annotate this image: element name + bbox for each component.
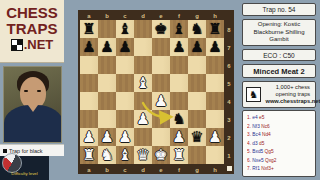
piece-black-knight[interactable]: ♞	[172, 111, 185, 128]
square-b6[interactable]	[98, 56, 116, 74]
piece-white-pawn[interactable]: ♟	[118, 129, 131, 146]
video-frame: CHESS TRAPS .NET Trap for black Difficul…	[0, 0, 320, 180]
piece-black-rook[interactable]: ♜	[82, 21, 95, 38]
piece-black-pawn[interactable]: ♟	[100, 39, 113, 56]
square-a5[interactable]	[80, 74, 98, 92]
website-url[interactable]: www.chesstraps.net	[265, 98, 320, 105]
square-a7[interactable]: ♟	[80, 38, 98, 56]
file-label-g: g	[189, 11, 204, 20]
square-d3[interactable]: ♟	[134, 110, 152, 128]
piece-black-bishop[interactable]: ♝	[172, 21, 185, 38]
square-f1[interactable]: ♜	[170, 146, 188, 164]
file-label-g: g	[189, 165, 204, 174]
square-b8[interactable]	[98, 20, 116, 38]
file-label-d: d	[135, 165, 150, 174]
file-labels-bottom: abcdefgh	[80, 164, 234, 174]
piece-white-bishop[interactable]: ♝	[136, 75, 149, 92]
piece-white-pawn[interactable]: ♟	[100, 129, 113, 146]
move-list-line: 3. Bc4 Nd4	[247, 131, 301, 138]
presenter-eye-right	[37, 90, 41, 92]
trap-name-box: Minced Meat 2	[242, 64, 316, 78]
file-label-f: f	[171, 165, 186, 174]
chess-board[interactable]: ♜♝♚♝♞♜♟♟♟♟♟♟♝♟♟♞♟♟♟♟♛♟♜♞♝♛♚♜	[80, 20, 224, 164]
piece-black-pawn[interactable]: ♟	[118, 39, 131, 56]
presenter-eye-left	[24, 90, 28, 92]
black-square-bullet	[3, 149, 7, 153]
checkerboard-icon	[11, 39, 23, 51]
square-e4[interactable]: ♟	[152, 92, 170, 110]
file-label-h: h	[207, 165, 222, 174]
square-g5[interactable]	[188, 74, 206, 92]
rank-label-5: 5	[225, 75, 234, 90]
piece-black-bishop[interactable]: ♝	[118, 21, 131, 38]
rank-label-7: 7	[225, 39, 234, 54]
piece-black-pawn[interactable]: ♟	[190, 39, 203, 56]
trap-name: Minced Meat 2	[243, 67, 315, 76]
square-a4[interactable]	[80, 92, 98, 110]
square-d7[interactable]	[134, 38, 152, 56]
square-e6[interactable]	[152, 56, 170, 74]
file-label-c: c	[117, 11, 132, 20]
square-e8[interactable]: ♚	[152, 20, 170, 38]
piece-white-rook[interactable]: ♜	[82, 147, 95, 164]
file-labels-top: abcdefgh	[80, 10, 234, 20]
square-c1[interactable]: ♝	[116, 146, 134, 164]
square-e5[interactable]	[152, 74, 170, 92]
square-f6[interactable]	[170, 56, 188, 74]
promo-text: 1,000+ chess opening traps www.chesstrap…	[265, 85, 320, 105]
presenter-photo	[3, 66, 62, 143]
piece-black-king[interactable]: ♚	[154, 21, 167, 38]
move-list-line: 1. e4 e5	[247, 114, 301, 121]
square-g1[interactable]	[188, 146, 206, 164]
square-b4[interactable]	[98, 92, 116, 110]
piece-white-queen[interactable]: ♛	[136, 147, 149, 164]
move-list-line: 4. d3 d5	[247, 139, 301, 146]
knight-logo-icon: ♞	[246, 87, 261, 102]
square-h3[interactable]	[206, 110, 224, 128]
piece-white-rook[interactable]: ♜	[172, 147, 185, 164]
move-list-line: 6. Nxe5 Qxg2	[247, 156, 301, 163]
square-c4[interactable]	[116, 92, 134, 110]
rank-label-8: 8	[225, 21, 234, 36]
rank-label-3: 3	[225, 111, 234, 126]
square-a1[interactable]: ♜	[80, 146, 98, 164]
square-a3[interactable]	[80, 110, 98, 128]
piece-white-knight[interactable]: ♞	[100, 147, 113, 164]
square-c8[interactable]: ♝	[116, 20, 134, 38]
eco-code: ECO : C50	[243, 52, 315, 59]
square-e2[interactable]	[152, 128, 170, 146]
square-g2[interactable]: ♛	[188, 128, 206, 146]
rank-label-4: 4	[225, 93, 234, 108]
file-label-a: a	[81, 165, 96, 174]
file-label-b: b	[99, 165, 114, 174]
rank-label-6: 6	[225, 57, 234, 72]
piece-white-bishop[interactable]: ♝	[118, 147, 131, 164]
square-b3[interactable]	[98, 110, 116, 128]
square-b2[interactable]: ♟	[98, 128, 116, 146]
square-a8[interactable]: ♜	[80, 20, 98, 38]
square-e3[interactable]	[152, 110, 170, 128]
rank-labels-right: 87654321	[224, 20, 234, 164]
file-label-e: e	[153, 11, 168, 20]
square-f4[interactable]	[170, 92, 188, 110]
rank-label-2: 2	[225, 129, 234, 144]
square-f7[interactable]: ♟	[170, 38, 188, 56]
opening-line-1: Opening: Kostic	[243, 21, 315, 29]
square-f2[interactable]: ♟	[170, 128, 188, 146]
square-d4[interactable]	[134, 92, 152, 110]
file-label-c: c	[117, 165, 132, 174]
square-f3[interactable]: ♞	[170, 110, 188, 128]
square-h8[interactable]: ♜	[206, 20, 224, 38]
rank-label-1: 1	[225, 147, 234, 162]
opening-box: Opening: Kostic Blackburne Shilling Gamb…	[242, 19, 316, 46]
square-c2[interactable]: ♟	[116, 128, 134, 146]
square-a6[interactable]	[80, 56, 98, 74]
piece-black-pawn[interactable]: ♟	[208, 39, 221, 56]
square-d8[interactable]	[134, 20, 152, 38]
piece-white-pawn[interactable]: ♟	[172, 129, 185, 146]
file-label-b: b	[99, 11, 114, 20]
piece-black-pawn[interactable]: ♟	[82, 39, 95, 56]
square-g4[interactable]	[188, 92, 206, 110]
piece-white-pawn[interactable]: ♟	[82, 129, 95, 146]
square-d6[interactable]	[134, 56, 152, 74]
logo-net-row: .NET	[0, 37, 64, 52]
piece-black-rook[interactable]: ♜	[208, 21, 221, 38]
square-b1[interactable]: ♞	[98, 146, 116, 164]
file-label-d: d	[135, 11, 150, 20]
piece-black-knight[interactable]: ♞	[190, 21, 203, 38]
piece-white-pawn[interactable]: ♟	[136, 111, 149, 128]
piece-black-pawn[interactable]: ♟	[172, 39, 185, 56]
logo-line-1: CHESS	[0, 5, 64, 21]
board-corner-marker	[227, 166, 232, 171]
piece-black-queen[interactable]: ♛	[190, 129, 203, 146]
eco-box: ECO : C50	[242, 49, 316, 61]
move-list-line: 7. Rf1 Nxf3+	[247, 165, 301, 172]
square-g8[interactable]: ♞	[188, 20, 206, 38]
move-list-line: 2. Nf3 Nc6	[247, 122, 301, 129]
chesstraps-logo: CHESS TRAPS .NET	[0, 0, 64, 63]
square-d2[interactable]	[134, 128, 152, 146]
square-h2[interactable]: ♟	[206, 128, 224, 146]
piece-white-pawn[interactable]: ♟	[154, 93, 167, 110]
square-d1[interactable]: ♛	[134, 146, 152, 164]
square-g6[interactable]	[188, 56, 206, 74]
square-g7[interactable]: ♟	[188, 38, 206, 56]
trap-number-box: Trap no. 54	[242, 3, 316, 16]
promo-line-2: opening traps	[265, 91, 320, 98]
opening-line-2: Blackburne Shilling	[243, 29, 315, 37]
square-b7[interactable]: ♟	[98, 38, 116, 56]
square-f8[interactable]: ♝	[170, 20, 188, 38]
logo-net-label: .NET	[24, 37, 54, 52]
square-a2[interactable]: ♟	[80, 128, 98, 146]
promo-line-1: 1,000+ chess	[265, 85, 320, 92]
square-c7[interactable]: ♟	[116, 38, 134, 56]
square-h7[interactable]: ♟	[206, 38, 224, 56]
file-label-e: e	[153, 165, 168, 174]
piece-white-pawn[interactable]: ♟	[208, 129, 221, 146]
move-list-line: 5. Bxd5 Qg5	[247, 148, 301, 155]
square-b5[interactable]	[98, 74, 116, 92]
square-h4[interactable]	[206, 92, 224, 110]
square-e1[interactable]: ♚	[152, 146, 170, 164]
logo-line-2: TRAPS	[0, 21, 64, 37]
file-label-a: a	[81, 11, 96, 20]
square-h6[interactable]	[206, 56, 224, 74]
square-f5[interactable]	[170, 74, 188, 92]
file-label-f: f	[171, 11, 186, 20]
square-c3[interactable]	[116, 110, 134, 128]
promo-box: ♞ 1,000+ chess opening traps www.chesstr…	[242, 81, 316, 108]
move-list-box: 1. e4 e52. Nf3 Nc63. Bc4 Nd44. d3 d55. B…	[242, 110, 316, 177]
square-c6[interactable]	[116, 56, 134, 74]
piece-white-king[interactable]: ♚	[154, 147, 167, 164]
square-h5[interactable]	[206, 74, 224, 92]
difficulty-label: Difficulty level	[7, 171, 42, 175]
square-d5[interactable]: ♝	[134, 74, 152, 92]
opening-line-3: Gambit	[243, 36, 315, 44]
square-g3[interactable]	[188, 110, 206, 128]
square-e7[interactable]	[152, 38, 170, 56]
file-label-h: h	[207, 11, 222, 20]
square-h1[interactable]	[206, 146, 224, 164]
difficulty-dial-icon	[2, 153, 22, 173]
trap-number: Trap no. 54	[243, 6, 315, 13]
square-c5[interactable]	[116, 74, 134, 92]
